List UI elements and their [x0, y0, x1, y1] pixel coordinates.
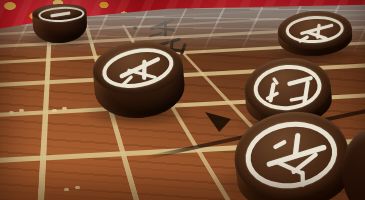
board-seam-notch	[205, 112, 231, 132]
point-marker	[62, 107, 67, 110]
xiangqi-board-photo: 楚河 馬 兵	[0, 0, 365, 200]
piece-center-left[interactable]: 兵	[91, 38, 187, 124]
piece-side	[342, 130, 365, 200]
piece-top-left[interactable]: 馬	[32, 3, 88, 50]
river-calligraphy	[133, 26, 138, 30]
piece-bottom-center[interactable]: 卒	[229, 105, 355, 200]
point-marker	[9, 111, 14, 114]
piece-bottom-right-edge[interactable]	[342, 130, 365, 200]
piece-ring-engraving: 炮	[252, 62, 324, 113]
point-marker	[19, 109, 24, 112]
point-marker	[75, 186, 80, 189]
piece-ring-engraving: 卒	[241, 116, 341, 194]
point-marker	[52, 109, 57, 112]
point-marker	[64, 188, 69, 191]
piece-ring-engraving: 象	[285, 15, 344, 45]
piece-top-right[interactable]: 象	[277, 9, 353, 59]
piece-ring-engraving: 兵	[99, 43, 177, 94]
